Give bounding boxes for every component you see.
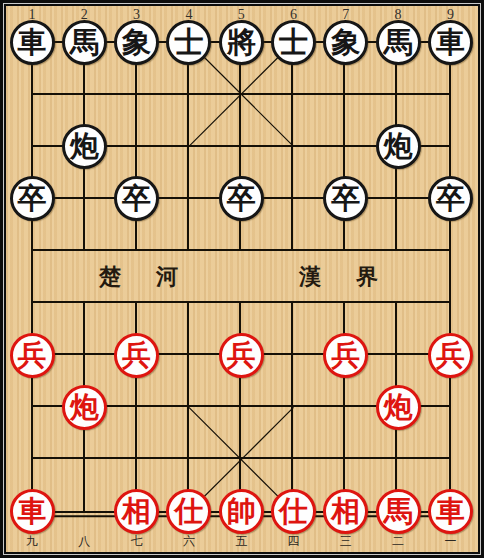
file-coordinate-bottom: 三: [334, 533, 358, 549]
piece-black-soldier[interactable]: 卒: [114, 176, 159, 221]
piece-black-chariot[interactable]: 車: [428, 20, 473, 65]
piece-black-horse[interactable]: 馬: [62, 20, 107, 65]
piece-red-soldier[interactable]: 兵: [323, 333, 368, 378]
piece-black-advisor[interactable]: 士: [166, 20, 211, 65]
piece-black-horse[interactable]: 馬: [376, 20, 421, 65]
piece-black-chariot[interactable]: 車: [10, 20, 55, 65]
piece-red-advisor[interactable]: 仕: [271, 489, 316, 534]
piece-red-soldier[interactable]: 兵: [219, 333, 264, 378]
piece-black-elephant[interactable]: 象: [323, 20, 368, 65]
piece-black-general[interactable]: 將: [219, 20, 264, 65]
piece-red-chariot[interactable]: 車: [10, 489, 55, 534]
piece-red-soldier[interactable]: 兵: [114, 333, 159, 378]
file-coordinate-bottom: 五: [229, 533, 253, 549]
piece-red-soldier[interactable]: 兵: [10, 333, 55, 378]
file-coordinate-bottom: 八: [72, 533, 96, 549]
file-coordinate-bottom: 一: [438, 533, 462, 549]
xiangqi-board[interactable]: 123456789 九八七六五四三二一 楚河漢界 車馬象士將士象馬車炮炮卒卒卒卒…: [6, 6, 478, 552]
piece-black-soldier[interactable]: 卒: [428, 176, 473, 221]
file-coordinate-bottom: 二: [386, 533, 410, 549]
frame-inner: 123456789 九八七六五四三二一 楚河漢界 車馬象士將士象馬車炮炮卒卒卒卒…: [4, 4, 480, 554]
file-coordinate-bottom: 七: [125, 533, 149, 549]
piece-black-cannon[interactable]: 炮: [62, 124, 107, 169]
file-coordinate-bottom: 九: [20, 533, 44, 549]
palace-diagonals-and-border-overlay: [6, 6, 478, 552]
piece-red-cannon[interactable]: 炮: [62, 385, 107, 430]
piece-red-soldier[interactable]: 兵: [428, 333, 473, 378]
file-coordinate-bottom: 四: [282, 533, 306, 549]
piece-red-cannon[interactable]: 炮: [376, 385, 421, 430]
frame-pinstripe: 123456789 九八七六五四三二一 楚河漢界 車馬象士將士象馬車炮炮卒卒卒卒…: [3, 3, 481, 555]
piece-black-soldier[interactable]: 卒: [10, 176, 55, 221]
file-coordinate-bottom: 六: [177, 533, 201, 549]
piece-black-advisor[interactable]: 士: [271, 20, 316, 65]
piece-red-horse[interactable]: 馬: [376, 489, 421, 534]
piece-black-cannon[interactable]: 炮: [376, 124, 421, 169]
piece-red-general[interactable]: 帥: [219, 489, 264, 534]
xiangqi-board-window: 123456789 九八七六五四三二一 楚河漢界 車馬象士將士象馬車炮炮卒卒卒卒…: [0, 0, 484, 558]
piece-black-soldier[interactable]: 卒: [219, 176, 264, 221]
piece-red-chariot[interactable]: 車: [428, 489, 473, 534]
piece-black-elephant[interactable]: 象: [114, 20, 159, 65]
